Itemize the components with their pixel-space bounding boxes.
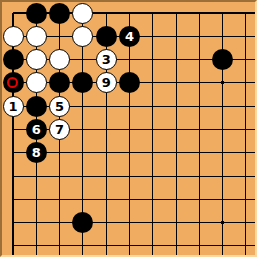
intersection: [71, 25, 94, 48]
intersection: [71, 164, 94, 187]
black-stone: 8: [26, 142, 47, 163]
intersection: [234, 211, 257, 234]
intersection: [141, 141, 164, 164]
black-stone: [49, 3, 70, 24]
intersection: [234, 95, 257, 118]
intersection: [141, 25, 164, 48]
intersection: [71, 211, 94, 234]
white-stone: 5: [49, 96, 70, 117]
intersection: [141, 118, 164, 141]
go-board-grid: 43915678: [1, 1, 257, 257]
red-circle-marker: [7, 77, 18, 88]
white-stone: 3: [96, 49, 117, 70]
intersection: [25, 71, 48, 94]
intersection: [95, 211, 118, 234]
move-number-label: 9: [102, 76, 111, 89]
intersection: [164, 188, 187, 211]
intersection: [188, 95, 211, 118]
intersection: [118, 188, 141, 211]
intersection: [188, 71, 211, 94]
intersection: [71, 95, 94, 118]
intersection: [234, 1, 257, 24]
intersection: [71, 118, 94, 141]
black-stone: [26, 3, 47, 24]
black-stone: [3, 72, 24, 93]
intersection: [48, 211, 71, 234]
go-board: 43915678: [0, 0, 257, 257]
intersection: [164, 118, 187, 141]
black-stone: 4: [119, 26, 140, 47]
intersection: [25, 48, 48, 71]
intersection: [211, 118, 234, 141]
intersection: [188, 1, 211, 24]
intersection: [95, 188, 118, 211]
star-point: [221, 81, 224, 84]
intersection: [211, 188, 234, 211]
intersection: [164, 234, 187, 257]
intersection: [48, 164, 71, 187]
intersection: 7: [48, 118, 71, 141]
intersection: [1, 71, 24, 94]
intersection: [95, 1, 118, 24]
intersection: [164, 141, 187, 164]
intersection: [234, 48, 257, 71]
black-stone: [72, 72, 93, 93]
intersection: [211, 71, 234, 94]
move-number-label: 1: [8, 100, 17, 113]
white-stone: [26, 26, 47, 47]
intersection: [164, 25, 187, 48]
move-number-label: 6: [32, 123, 41, 136]
intersection: [211, 95, 234, 118]
intersection: [1, 1, 24, 24]
star-point: [221, 221, 224, 224]
move-number-label: 3: [102, 53, 111, 66]
intersection: [118, 1, 141, 24]
intersection: [71, 71, 94, 94]
intersection: [141, 95, 164, 118]
move-number-label: 5: [55, 100, 64, 113]
intersection: [141, 48, 164, 71]
intersection: [141, 164, 164, 187]
intersection: [25, 188, 48, 211]
intersection: [164, 1, 187, 24]
intersection: [141, 234, 164, 257]
black-stone: 6: [26, 119, 47, 140]
intersection: [71, 48, 94, 71]
move-number-label: 8: [32, 146, 41, 159]
intersection: [71, 188, 94, 211]
intersection: [118, 234, 141, 257]
white-stone: [3, 26, 24, 47]
white-stone: 9: [96, 72, 117, 93]
white-stone: [26, 72, 47, 93]
intersection: [234, 118, 257, 141]
white-stone: [72, 26, 93, 47]
intersection: [211, 211, 234, 234]
intersection: [118, 118, 141, 141]
intersection: [1, 118, 24, 141]
intersection: [48, 1, 71, 24]
intersection: [1, 164, 24, 187]
move-number-label: 7: [55, 123, 64, 136]
intersection: [211, 164, 234, 187]
intersection: [71, 234, 94, 257]
intersection: [118, 95, 141, 118]
intersection: 8: [25, 141, 48, 164]
black-stone: [119, 72, 140, 93]
intersection: [1, 25, 24, 48]
intersection: 5: [48, 95, 71, 118]
intersection: [25, 25, 48, 48]
intersection: [141, 188, 164, 211]
white-stone: [49, 49, 70, 70]
intersection: [118, 211, 141, 234]
intersection: [234, 71, 257, 94]
intersection: [234, 141, 257, 164]
intersection: [118, 71, 141, 94]
intersection: [141, 1, 164, 24]
move-number-label: 4: [125, 30, 134, 43]
intersection: [1, 211, 24, 234]
black-stone: [72, 212, 93, 233]
intersection: [141, 211, 164, 234]
intersection: [188, 118, 211, 141]
intersection: [188, 188, 211, 211]
intersection: [25, 1, 48, 24]
white-stone: [26, 49, 47, 70]
white-stone: [72, 3, 93, 24]
intersection: [48, 71, 71, 94]
intersection: [118, 164, 141, 187]
intersection: [95, 25, 118, 48]
intersection: [164, 48, 187, 71]
intersection: [71, 141, 94, 164]
intersection: 4: [118, 25, 141, 48]
intersection: [234, 234, 257, 257]
intersection: 3: [95, 48, 118, 71]
intersection: [211, 234, 234, 257]
intersection: [95, 141, 118, 164]
intersection: [188, 234, 211, 257]
intersection: [164, 211, 187, 234]
intersection: [25, 95, 48, 118]
intersection: [234, 25, 257, 48]
white-stone: 7: [49, 119, 70, 140]
intersection: [211, 48, 234, 71]
intersection: [48, 234, 71, 257]
intersection: [188, 25, 211, 48]
intersection: [141, 71, 164, 94]
intersection: [164, 71, 187, 94]
intersection: [25, 164, 48, 187]
intersection: [1, 234, 24, 257]
black-stone: [49, 72, 70, 93]
intersection: [118, 141, 141, 164]
intersection: [188, 211, 211, 234]
intersection: [211, 141, 234, 164]
intersection: 9: [95, 71, 118, 94]
intersection: 6: [25, 118, 48, 141]
intersection: [48, 48, 71, 71]
intersection: [164, 164, 187, 187]
intersection: [188, 141, 211, 164]
intersection: [95, 164, 118, 187]
intersection: [1, 141, 24, 164]
intersection: [1, 188, 24, 211]
black-stone: [212, 49, 233, 70]
intersection: [95, 234, 118, 257]
intersection: [211, 25, 234, 48]
black-stone: [3, 49, 24, 70]
intersection: [164, 95, 187, 118]
intersection: [25, 211, 48, 234]
intersection: [1, 48, 24, 71]
black-stone: [26, 96, 47, 117]
intersection: [211, 1, 234, 24]
intersection: [95, 95, 118, 118]
intersection: [118, 48, 141, 71]
black-stone: [96, 26, 117, 47]
intersection: [71, 1, 94, 24]
white-stone: 1: [3, 96, 24, 117]
intersection: [95, 118, 118, 141]
intersection: [234, 188, 257, 211]
intersection: [188, 164, 211, 187]
intersection: [234, 164, 257, 187]
intersection: [188, 48, 211, 71]
intersection: [48, 141, 71, 164]
intersection: [48, 188, 71, 211]
intersection: 1: [1, 95, 24, 118]
intersection: [48, 25, 71, 48]
intersection: [25, 234, 48, 257]
